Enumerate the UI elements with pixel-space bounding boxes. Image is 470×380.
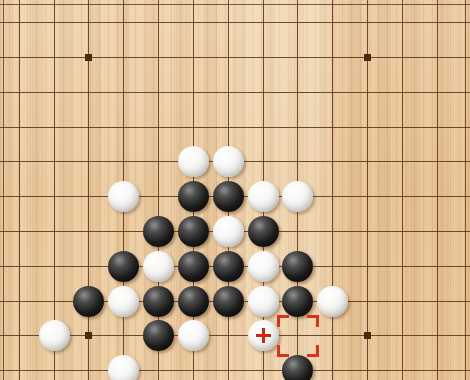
white-stone: [248, 286, 279, 317]
cursor-corner-br: [307, 345, 319, 357]
grid-vline: [437, 0, 438, 380]
white-stone: [39, 320, 70, 351]
star-point: [85, 332, 92, 339]
black-stone: [178, 251, 209, 282]
black-stone: [282, 355, 313, 380]
white-stone: [143, 251, 174, 282]
grid-hline: [0, 22, 470, 23]
grid-vline: [402, 0, 403, 380]
white-stone: [108, 355, 139, 380]
white-stone: [108, 286, 139, 317]
black-stone: [143, 216, 174, 247]
star-point: [364, 332, 371, 339]
black-stone: [178, 216, 209, 247]
black-stone: [248, 216, 279, 247]
last-move-cross-bar: [262, 328, 265, 343]
white-stone: [108, 181, 139, 212]
cursor-marker[interactable]: [277, 315, 319, 357]
cursor-corner-tl: [277, 315, 289, 327]
cursor-corner-tr: [307, 315, 319, 327]
black-stone: [143, 320, 174, 351]
white-stone: [213, 216, 244, 247]
black-stone: [282, 251, 313, 282]
white-stone: [213, 146, 244, 177]
black-stone: [178, 286, 209, 317]
white-stone: [282, 181, 313, 212]
black-stone: [213, 286, 244, 317]
black-stone: [213, 181, 244, 212]
grid-hline: [0, 92, 470, 93]
black-stone: [73, 286, 104, 317]
grid-vline: [19, 0, 20, 380]
grid-hline: [0, 335, 470, 336]
white-stone: [248, 251, 279, 282]
white-stone: [178, 320, 209, 351]
black-stone: [178, 181, 209, 212]
grid-vline: [332, 0, 333, 380]
black-stone: [108, 251, 139, 282]
white-stone: [317, 286, 348, 317]
grid-hline: [0, 127, 470, 128]
board-frame-line: [0, 4, 470, 5]
white-stone: [178, 146, 209, 177]
board-frame-line: [3, 0, 4, 380]
board-frame-line: [465, 0, 466, 380]
black-stone: [213, 251, 244, 282]
gomoku-board[interactable]: [0, 0, 470, 380]
black-stone: [282, 286, 313, 317]
last-move-marker: [256, 328, 271, 343]
grid-hline: [0, 370, 470, 371]
star-point: [85, 54, 92, 61]
cursor-corner-bl: [277, 345, 289, 357]
star-point: [364, 54, 371, 61]
black-stone: [143, 286, 174, 317]
grid-hline: [0, 57, 470, 58]
white-stone: [248, 181, 279, 212]
